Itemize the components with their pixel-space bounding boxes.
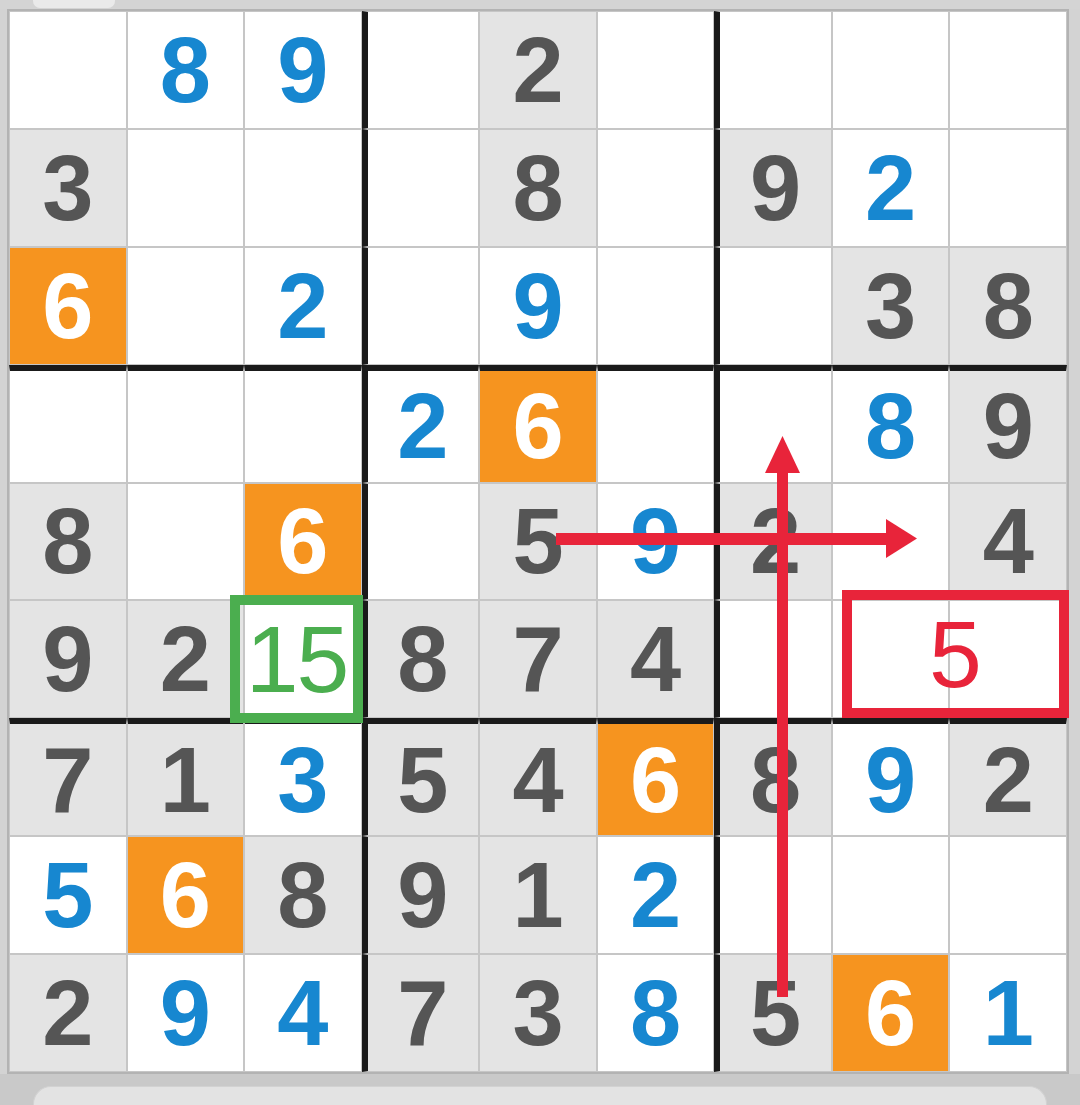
cell-r5c7[interactable]: 2: [714, 483, 832, 601]
cell-r5c5[interactable]: 5: [479, 483, 597, 601]
cell-r8c5[interactable]: 1: [479, 836, 597, 954]
cell-r8c8[interactable]: [832, 836, 950, 954]
cell-r8c1[interactable]: 5: [9, 836, 127, 954]
cell-r1c2[interactable]: 8: [127, 11, 245, 129]
cell-r4c3[interactable]: [244, 365, 362, 483]
cell-r9c1[interactable]: 2: [9, 954, 127, 1072]
green-highlight-box: 15: [230, 595, 363, 723]
cell-r7c7[interactable]: 8: [714, 718, 832, 836]
bottom-panel: [33, 1086, 1047, 1105]
top-tab: [33, 0, 115, 8]
cell-r3c6[interactable]: [597, 247, 715, 365]
cell-r4c6[interactable]: [597, 365, 715, 483]
cell-r5c2[interactable]: [127, 483, 245, 601]
cell-r7c8[interactable]: 9: [832, 718, 950, 836]
green-box-label: 15: [246, 605, 348, 714]
cell-r8c9[interactable]: [949, 836, 1067, 954]
cell-r5c1[interactable]: 8: [9, 483, 127, 601]
cell-r5c6[interactable]: 9: [597, 483, 715, 601]
cell-r4c7[interactable]: [714, 365, 832, 483]
cell-r6c6[interactable]: 4: [597, 600, 715, 718]
cell-r8c6[interactable]: 2: [597, 836, 715, 954]
sudoku-board: 8923892629382689865924928747135468925689…: [7, 9, 1069, 1074]
cell-r6c2[interactable]: 2: [127, 600, 245, 718]
cell-r7c4[interactable]: 5: [362, 718, 480, 836]
cell-r3c1[interactable]: 6: [9, 247, 127, 365]
cell-r2c3[interactable]: [244, 129, 362, 247]
cell-r9c2[interactable]: 9: [127, 954, 245, 1072]
cell-r2c6[interactable]: [597, 129, 715, 247]
cell-r5c3[interactable]: 6: [244, 483, 362, 601]
cell-r3c9[interactable]: 8: [949, 247, 1067, 365]
cell-r8c4[interactable]: 9: [362, 836, 480, 954]
cell-r2c5[interactable]: 8: [479, 129, 597, 247]
cell-r3c8[interactable]: 3: [832, 247, 950, 365]
cell-r4c9[interactable]: 9: [949, 365, 1067, 483]
cell-r1c5[interactable]: 2: [479, 11, 597, 129]
red-box-label: 5: [929, 600, 982, 709]
cell-r3c3[interactable]: 2: [244, 247, 362, 365]
cell-r8c2[interactable]: 6: [127, 836, 245, 954]
cell-r1c9[interactable]: [949, 11, 1067, 129]
cell-r4c4[interactable]: 2: [362, 365, 480, 483]
cell-r1c4[interactable]: [362, 11, 480, 129]
cell-r8c3[interactable]: 8: [244, 836, 362, 954]
cell-r4c2[interactable]: [127, 365, 245, 483]
cell-r3c5[interactable]: 9: [479, 247, 597, 365]
cell-r6c4[interactable]: 8: [362, 600, 480, 718]
cell-r5c9[interactable]: 4: [949, 483, 1067, 601]
top-bar: [0, 0, 1080, 9]
cell-r4c1[interactable]: [9, 365, 127, 483]
cell-r1c8[interactable]: [832, 11, 950, 129]
cell-r7c3[interactable]: 3: [244, 718, 362, 836]
cell-r2c4[interactable]: [362, 129, 480, 247]
cell-r9c9[interactable]: 1: [949, 954, 1067, 1072]
cell-r4c5[interactable]: 6: [479, 365, 597, 483]
cell-r7c2[interactable]: 1: [127, 718, 245, 836]
cell-r2c9[interactable]: [949, 129, 1067, 247]
cell-r8c7[interactable]: [714, 836, 832, 954]
cell-r4c8[interactable]: 8: [832, 365, 950, 483]
cell-r6c1[interactable]: 9: [9, 600, 127, 718]
cell-r6c5[interactable]: 7: [479, 600, 597, 718]
cell-r1c6[interactable]: [597, 11, 715, 129]
cell-r1c3[interactable]: 9: [244, 11, 362, 129]
red-highlight-box: 5: [842, 590, 1069, 718]
cell-r5c8[interactable]: [832, 483, 950, 601]
cell-r7c6[interactable]: 6: [597, 718, 715, 836]
cell-r2c1[interactable]: 3: [9, 129, 127, 247]
cell-r9c8[interactable]: 6: [832, 954, 950, 1072]
cell-r7c9[interactable]: 2: [949, 718, 1067, 836]
cell-r3c4[interactable]: [362, 247, 480, 365]
cell-r2c7[interactable]: 9: [714, 129, 832, 247]
cell-r3c2[interactable]: [127, 247, 245, 365]
cell-r9c3[interactable]: 4: [244, 954, 362, 1072]
cell-r7c5[interactable]: 4: [479, 718, 597, 836]
cell-r5c4[interactable]: [362, 483, 480, 601]
cell-r2c2[interactable]: [127, 129, 245, 247]
cell-r7c1[interactable]: 7: [9, 718, 127, 836]
cell-r9c7[interactable]: 5: [714, 954, 832, 1072]
cell-r6c7[interactable]: [714, 600, 832, 718]
cell-r9c6[interactable]: 8: [597, 954, 715, 1072]
cell-r3c7[interactable]: [714, 247, 832, 365]
cell-r2c8[interactable]: 2: [832, 129, 950, 247]
cell-r1c7[interactable]: [714, 11, 832, 129]
cell-r9c5[interactable]: 3: [479, 954, 597, 1072]
cell-r9c4[interactable]: 7: [362, 954, 480, 1072]
cell-r1c1[interactable]: [9, 11, 127, 129]
